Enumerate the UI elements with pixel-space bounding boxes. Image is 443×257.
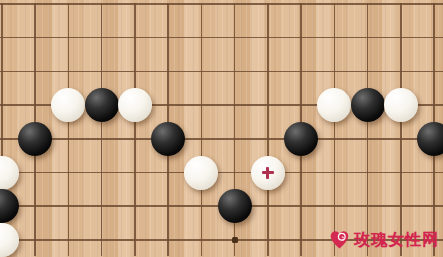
black-stone — [218, 189, 252, 223]
star-point — [232, 237, 238, 243]
black-stone — [85, 88, 119, 122]
grid-line-h — [0, 172, 443, 174]
black-stone — [18, 122, 52, 156]
grid-line-v — [400, 3, 402, 256]
grid-line-v — [367, 3, 369, 256]
grid-line-h — [0, 37, 443, 39]
grid-line-v — [267, 3, 269, 256]
go-board: 玫瑰女性网 — [0, 0, 443, 257]
white-stone — [251, 156, 285, 190]
black-stone — [417, 122, 443, 156]
last-move-marker-icon — [262, 167, 274, 179]
white-stone — [0, 156, 19, 190]
grid-line-v — [68, 3, 70, 256]
black-stone — [151, 122, 185, 156]
white-stone — [51, 88, 85, 122]
grid-line-h — [0, 138, 443, 140]
black-stone — [0, 189, 19, 223]
grid-line-h — [0, 71, 443, 73]
grid-line-v — [334, 3, 336, 256]
white-stone — [184, 156, 218, 190]
grid-line-v — [134, 3, 136, 256]
black-stone — [351, 88, 385, 122]
white-stone — [317, 88, 351, 122]
grid-line-v — [201, 3, 203, 256]
grid-line-h — [0, 3, 443, 5]
white-stone — [384, 88, 418, 122]
white-stone — [0, 223, 19, 257]
watermark-text: 玫瑰女性网 — [354, 232, 439, 248]
black-stone — [284, 122, 318, 156]
rose-icon — [328, 228, 351, 251]
watermark: 玫瑰女性网 — [328, 228, 439, 251]
white-stone — [118, 88, 152, 122]
grid-line-v — [101, 3, 103, 256]
